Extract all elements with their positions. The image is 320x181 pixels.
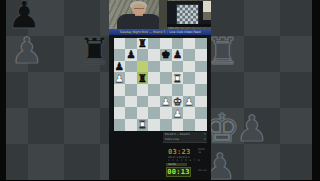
- black-rook[interactable]: ♜: [138, 73, 148, 84]
- square-c1[interactable]: ♜: [137, 119, 149, 131]
- square-d8[interactable]: [148, 38, 160, 50]
- square-h4[interactable]: [195, 84, 207, 96]
- square-c8[interactable]: ♜: [137, 38, 149, 50]
- square-a6[interactable]: ♟: [114, 61, 126, 73]
- background-black-piece: ♟: [5, 0, 43, 34]
- square-f2[interactable]: ♟: [172, 107, 184, 119]
- square-e7[interactable]: ♚: [160, 49, 172, 61]
- square-d6[interactable]: [148, 61, 160, 73]
- square-c5[interactable]: ♜: [137, 72, 149, 84]
- square-e3[interactable]: ♟: [160, 96, 172, 108]
- square-g4[interactable]: [183, 84, 195, 96]
- event-title-left: Tuesday Night Blitz — Round 5: [119, 31, 165, 34]
- square-f6[interactable]: [172, 61, 184, 73]
- square-f7[interactable]: ♟: [172, 49, 184, 61]
- square-h3[interactable]: [195, 96, 207, 108]
- dropdown-row-2[interactable]: Clock view ▾: [163, 137, 207, 143]
- black-rook[interactable]: ♜: [138, 38, 148, 49]
- white-pawn[interactable]: ♟: [115, 73, 125, 84]
- square-a8[interactable]: [114, 38, 126, 50]
- white-clock-note: KQ vs K: [198, 170, 207, 173]
- person-shirt: [117, 14, 161, 29]
- black-pawn[interactable]: ♟: [115, 61, 125, 72]
- chevron-down-icon: ▾: [204, 133, 207, 136]
- square-e8[interactable]: [160, 38, 172, 50]
- square-c6[interactable]: [137, 61, 149, 73]
- square-c4[interactable]: [137, 84, 149, 96]
- white-rook[interactable]: ♜: [173, 73, 183, 84]
- square-a5[interactable]: ♟: [114, 72, 126, 84]
- black-clock-note: MOVE 38: [198, 149, 207, 154]
- white-clock: 00:13 KQ vs K: [166, 166, 207, 177]
- black-pawn[interactable]: ♟: [173, 49, 183, 60]
- square-b7[interactable]: ♟: [125, 49, 137, 61]
- square-h6[interactable]: [195, 61, 207, 73]
- letterbox-left: [0, 0, 6, 180]
- screen-capture-inset: [167, 1, 211, 27]
- square-e1[interactable]: [160, 119, 172, 131]
- event-title-bar: Tuesday Night Blitz — Round 5 | Live Clu…: [109, 29, 211, 35]
- square-h7[interactable]: [195, 49, 207, 61]
- square-g2[interactable]: [183, 107, 195, 119]
- square-d4[interactable]: [148, 84, 160, 96]
- square-g7[interactable]: [183, 49, 195, 61]
- square-c2[interactable]: [137, 107, 149, 119]
- background-white-piece: ♟: [234, 111, 270, 147]
- square-d7[interactable]: [148, 49, 160, 61]
- square-h8[interactable]: [195, 38, 207, 50]
- event-title-right: Live Club Video Feed: [169, 31, 200, 34]
- square-a3[interactable]: [114, 96, 126, 108]
- square-f5[interactable]: ♜: [172, 72, 184, 84]
- square-b8[interactable]: [125, 38, 137, 50]
- dropdown-label: Clock view: [163, 138, 179, 141]
- square-a1[interactable]: [114, 119, 126, 131]
- square-h1[interactable]: [195, 119, 207, 131]
- square-e5[interactable]: [160, 72, 172, 84]
- mini-chessboard: [176, 4, 199, 26]
- square-h2[interactable]: [195, 107, 207, 119]
- square-h5[interactable]: [195, 72, 207, 84]
- square-g3[interactable]: ♟: [183, 96, 195, 108]
- square-f8[interactable]: [172, 38, 184, 50]
- square-d5[interactable]: [148, 72, 160, 84]
- square-g5[interactable]: [183, 72, 195, 84]
- square-c7[interactable]: [137, 49, 149, 61]
- square-a4[interactable]: [114, 84, 126, 96]
- square-b6[interactable]: [125, 61, 137, 73]
- clock-ticks-row: 1 2 3 4 5 6 7 8: [166, 159, 207, 162]
- person-face: [132, 4, 146, 15]
- square-f1[interactable]: [172, 119, 184, 131]
- letterbox-right: [312, 0, 320, 180]
- square-d2[interactable]: [148, 107, 160, 119]
- white-clock-time: 00:13: [167, 168, 190, 176]
- background-black-piece: ♜: [76, 33, 113, 70]
- webcam-video: [109, 0, 211, 29]
- square-b2[interactable]: [125, 107, 137, 119]
- black-king[interactable]: ♚: [161, 49, 171, 60]
- square-b5[interactable]: [125, 72, 137, 84]
- square-b1[interactable]: [125, 119, 137, 131]
- white-king[interactable]: ♚: [173, 96, 183, 107]
- window-shade: [203, 12, 211, 20]
- black-pawn[interactable]: ♟: [126, 49, 136, 60]
- title-separator: |: [167, 31, 168, 34]
- vertical-video-column: Tuesday Night Blitz — Round 5 | Live Clu…: [109, 0, 211, 180]
- square-d3[interactable]: [148, 96, 160, 108]
- square-e2[interactable]: [160, 107, 172, 119]
- lower-panel: Round 5 — Board 1 ▾ Clock view ▾ 03:23 M…: [109, 131, 211, 181]
- white-clock-box: 00:13: [166, 167, 191, 177]
- window-light: [203, 1, 211, 12]
- video-frame: ♟♟♜♜♚♟♟ Tuesday Night Blitz — Round 5 | …: [0, 0, 320, 180]
- chess-clock-widget: 03:23 MOVE 38 DELAY 0 BONUS 0 1 2 3 4 5 …: [166, 148, 207, 177]
- chevron-down-icon: ▾: [204, 138, 207, 141]
- black-clock-time: 03:23: [166, 148, 191, 156]
- square-g6[interactable]: [183, 61, 195, 73]
- square-a2[interactable]: [114, 107, 126, 119]
- square-f4[interactable]: [172, 84, 184, 96]
- square-b4[interactable]: [125, 84, 137, 96]
- white-pawn[interactable]: ♟: [173, 108, 183, 119]
- square-c3[interactable]: [137, 96, 149, 108]
- square-f3[interactable]: ♚: [172, 96, 184, 108]
- square-d1[interactable]: [148, 119, 160, 131]
- square-e4[interactable]: [160, 84, 172, 96]
- square-g1[interactable]: [183, 119, 195, 131]
- white-pawn[interactable]: ♟: [184, 96, 194, 107]
- monitor-bottom-bar: [167, 24, 211, 27]
- square-a7[interactable]: [114, 49, 126, 61]
- clock-settings-row: DELAY 0 BONUS 0: [166, 156, 207, 159]
- black-clock: 03:23 MOVE 38: [166, 148, 207, 156]
- chess-board[interactable]: ♜♟♚♟♟♟♜♜♟♚♟♟♜: [114, 38, 207, 131]
- dropdown-label: Round 5 — Board 1: [163, 133, 190, 136]
- white-rook[interactable]: ♜: [138, 119, 148, 130]
- white-pawn[interactable]: ♟: [161, 96, 171, 107]
- square-g8[interactable]: [183, 38, 195, 50]
- square-b3[interactable]: [125, 96, 137, 108]
- background-white-piece: ♟: [9, 33, 45, 69]
- square-e6[interactable]: [160, 61, 172, 73]
